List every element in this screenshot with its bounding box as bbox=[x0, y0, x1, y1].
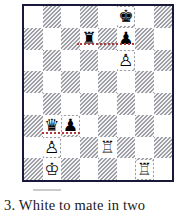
square-g5[interactable] bbox=[135, 71, 154, 93]
square-e5[interactable] bbox=[98, 71, 117, 93]
square-h6[interactable] bbox=[154, 50, 173, 72]
square-e1[interactable] bbox=[98, 158, 117, 180]
square-e8[interactable] bbox=[98, 6, 117, 28]
square-a6[interactable] bbox=[24, 50, 43, 72]
piece-white-rook: ♖ bbox=[136, 160, 153, 179]
square-d3[interactable] bbox=[80, 115, 99, 137]
square-a1[interactable] bbox=[24, 158, 43, 180]
square-d7[interactable]: ♜ bbox=[80, 28, 99, 50]
square-c8[interactable] bbox=[61, 6, 80, 28]
spellcheck-underline-b3-c3 bbox=[42, 132, 80, 134]
square-c2[interactable] bbox=[61, 137, 80, 159]
square-b8[interactable] bbox=[43, 6, 62, 28]
square-f5[interactable] bbox=[117, 71, 136, 93]
square-h7[interactable] bbox=[154, 28, 173, 50]
square-e7[interactable] bbox=[98, 28, 117, 50]
square-e3[interactable] bbox=[98, 115, 117, 137]
piece-white-rook: ♖ bbox=[99, 138, 116, 157]
square-h4[interactable] bbox=[154, 93, 173, 115]
square-c7[interactable] bbox=[61, 28, 80, 50]
square-f8[interactable]: ♚ bbox=[117, 6, 136, 28]
square-h1[interactable] bbox=[154, 158, 173, 180]
square-g7[interactable] bbox=[135, 28, 154, 50]
square-f6[interactable]: ♙ bbox=[117, 50, 136, 72]
square-b7[interactable] bbox=[43, 28, 62, 50]
square-a7[interactable] bbox=[24, 28, 43, 50]
square-c5[interactable] bbox=[61, 71, 80, 93]
spellcheck-underline-d7-f7 bbox=[77, 43, 134, 45]
square-g4[interactable] bbox=[135, 93, 154, 115]
square-g2[interactable] bbox=[135, 137, 154, 159]
square-c4[interactable] bbox=[61, 93, 80, 115]
square-h8[interactable] bbox=[154, 6, 173, 28]
square-e4[interactable] bbox=[98, 93, 117, 115]
piece-white-king: ♔ bbox=[43, 160, 60, 179]
square-g3[interactable] bbox=[135, 115, 154, 137]
square-h5[interactable] bbox=[154, 71, 173, 93]
scan-artifact bbox=[33, 189, 61, 191]
square-f1[interactable] bbox=[117, 158, 136, 180]
square-h3[interactable] bbox=[154, 115, 173, 137]
square-d5[interactable] bbox=[80, 71, 99, 93]
square-a5[interactable] bbox=[24, 71, 43, 93]
puzzle-caption: 3. White to mate in two bbox=[4, 197, 145, 214]
square-b4[interactable] bbox=[43, 93, 62, 115]
square-c6[interactable] bbox=[61, 50, 80, 72]
square-b6[interactable] bbox=[43, 50, 62, 72]
square-g6[interactable] bbox=[135, 50, 154, 72]
piece-black-rook: ♜ bbox=[80, 29, 97, 48]
square-f2[interactable] bbox=[117, 137, 136, 159]
piece-black-king: ♚ bbox=[117, 7, 134, 26]
square-a3[interactable] bbox=[24, 115, 43, 137]
square-a4[interactable] bbox=[24, 93, 43, 115]
square-g1[interactable]: ♖ bbox=[135, 158, 154, 180]
square-a2[interactable] bbox=[24, 137, 43, 159]
square-b5[interactable] bbox=[43, 71, 62, 93]
puzzle-page: ♚♜♟♙♛♟♙♖♔♖ 3. White to mate in two bbox=[0, 0, 177, 221]
square-g8[interactable] bbox=[135, 6, 154, 28]
square-d6[interactable] bbox=[80, 50, 99, 72]
square-d4[interactable] bbox=[80, 93, 99, 115]
square-b2[interactable]: ♙ bbox=[43, 137, 62, 159]
piece-white-pawn: ♙ bbox=[117, 51, 134, 70]
square-h2[interactable] bbox=[154, 137, 173, 159]
piece-white-pawn: ♙ bbox=[43, 138, 60, 157]
chess-board-frame: ♚♜♟♙♛♟♙♖♔♖ bbox=[22, 4, 174, 182]
square-f3[interactable] bbox=[117, 115, 136, 137]
piece-black-pawn: ♟ bbox=[117, 29, 134, 48]
square-f4[interactable] bbox=[117, 93, 136, 115]
square-b1[interactable]: ♔ bbox=[43, 158, 62, 180]
square-d2[interactable] bbox=[80, 137, 99, 159]
square-d1[interactable] bbox=[80, 158, 99, 180]
square-c1[interactable] bbox=[61, 158, 80, 180]
square-d8[interactable] bbox=[80, 6, 99, 28]
square-f7[interactable]: ♟ bbox=[117, 28, 136, 50]
square-e6[interactable] bbox=[98, 50, 117, 72]
square-e2[interactable]: ♖ bbox=[98, 137, 117, 159]
square-a8[interactable] bbox=[24, 6, 43, 28]
chess-board: ♚♜♟♙♛♟♙♖♔♖ bbox=[24, 6, 172, 180]
